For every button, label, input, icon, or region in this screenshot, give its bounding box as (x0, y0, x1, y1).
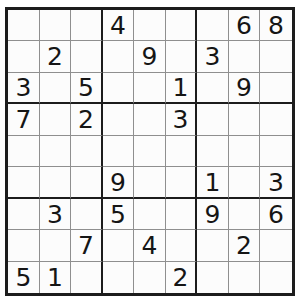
cell-r5c3-empty[interactable] (71, 136, 103, 168)
cell-r4c1-given-7[interactable]: 7 (8, 104, 40, 136)
sudoku-board: 46829335197239133596742512 (5, 7, 295, 297)
cell-r8c7-empty[interactable] (197, 230, 229, 262)
cell-r4c8-empty[interactable] (229, 104, 261, 136)
cell-r8c6-empty[interactable] (166, 230, 198, 262)
cell-r8c2-empty[interactable] (40, 230, 72, 262)
cell-r2c3-empty[interactable] (71, 41, 103, 73)
cell-r5c4-empty[interactable] (103, 136, 135, 168)
cell-r8c9-empty[interactable] (260, 230, 292, 262)
cell-r2c7-given-3[interactable]: 3 (197, 41, 229, 73)
cell-r5c2-empty[interactable] (40, 136, 72, 168)
cell-r4c7-empty[interactable] (197, 104, 229, 136)
cell-r2c6-empty[interactable] (166, 41, 198, 73)
cell-r9c5-empty[interactable] (134, 262, 166, 294)
cell-r5c1-empty[interactable] (8, 136, 40, 168)
cell-r9c6-given-2[interactable]: 2 (166, 262, 198, 294)
cell-r9c3-empty[interactable] (71, 262, 103, 294)
cell-r5c9-empty[interactable] (260, 136, 292, 168)
cell-r6c2-empty[interactable] (40, 167, 72, 199)
cell-r7c2-given-3[interactable]: 3 (40, 199, 72, 231)
cell-r1c9-given-8[interactable]: 8 (260, 10, 292, 42)
cell-r6c7-given-1[interactable]: 1 (197, 167, 229, 199)
cell-r1c4-given-4[interactable]: 4 (103, 10, 135, 42)
cell-r6c4-given-9[interactable]: 9 (103, 167, 135, 199)
cell-r6c8-empty[interactable] (229, 167, 261, 199)
cell-r7c5-empty[interactable] (134, 199, 166, 231)
cell-r4c6-given-3[interactable]: 3 (166, 104, 198, 136)
cell-r6c1-empty[interactable] (8, 167, 40, 199)
cell-r8c4-empty[interactable] (103, 230, 135, 262)
cell-r5c7-empty[interactable] (197, 136, 229, 168)
cell-r1c8-given-6[interactable]: 6 (229, 10, 261, 42)
cell-r7c3-empty[interactable] (71, 199, 103, 231)
cell-r5c8-empty[interactable] (229, 136, 261, 168)
cell-r2c1-empty[interactable] (8, 41, 40, 73)
cell-r7c9-given-6[interactable]: 6 (260, 199, 292, 231)
cell-r1c1-empty[interactable] (8, 10, 40, 42)
cell-r9c2-given-1[interactable]: 1 (40, 262, 72, 294)
cell-r1c5-empty[interactable] (134, 10, 166, 42)
cell-r6c3-empty[interactable] (71, 167, 103, 199)
cell-r5c6-empty[interactable] (166, 136, 198, 168)
cell-r8c1-empty[interactable] (8, 230, 40, 262)
cell-r9c1-given-5[interactable]: 5 (8, 262, 40, 294)
cell-r7c7-given-9[interactable]: 9 (197, 199, 229, 231)
cell-r3c4-empty[interactable] (103, 73, 135, 105)
cell-r3c7-empty[interactable] (197, 73, 229, 105)
cell-r9c9-empty[interactable] (260, 262, 292, 294)
page: 46829335197239133596742512 (0, 0, 300, 303)
cell-r5c5-empty[interactable] (134, 136, 166, 168)
cell-r6c6-empty[interactable] (166, 167, 198, 199)
cell-r2c8-empty[interactable] (229, 41, 261, 73)
cell-r7c4-given-5[interactable]: 5 (103, 199, 135, 231)
cell-r7c8-empty[interactable] (229, 199, 261, 231)
cell-r1c7-empty[interactable] (197, 10, 229, 42)
cell-r9c4-empty[interactable] (103, 262, 135, 294)
cell-r8c5-given-4[interactable]: 4 (134, 230, 166, 262)
cell-r2c9-empty[interactable] (260, 41, 292, 73)
cell-r8c8-given-2[interactable]: 2 (229, 230, 261, 262)
cell-r3c9-empty[interactable] (260, 73, 292, 105)
cell-r7c1-empty[interactable] (8, 199, 40, 231)
cell-r9c7-empty[interactable] (197, 262, 229, 294)
cell-r6c9-given-3[interactable]: 3 (260, 167, 292, 199)
cell-r3c6-given-1[interactable]: 1 (166, 73, 198, 105)
cell-r2c5-given-9[interactable]: 9 (134, 41, 166, 73)
cell-r1c6-empty[interactable] (166, 10, 198, 42)
cell-r3c2-empty[interactable] (40, 73, 72, 105)
cell-r4c4-empty[interactable] (103, 104, 135, 136)
cell-r3c3-given-5[interactable]: 5 (71, 73, 103, 105)
cell-r4c2-empty[interactable] (40, 104, 72, 136)
cell-r3c1-given-3[interactable]: 3 (8, 73, 40, 105)
cell-r8c3-given-7[interactable]: 7 (71, 230, 103, 262)
cell-r9c8-empty[interactable] (229, 262, 261, 294)
cell-r7c6-empty[interactable] (166, 199, 198, 231)
cell-r4c9-empty[interactable] (260, 104, 292, 136)
cell-r3c5-empty[interactable] (134, 73, 166, 105)
cell-r2c4-empty[interactable] (103, 41, 135, 73)
cell-r3c8-given-9[interactable]: 9 (229, 73, 261, 105)
cell-r1c3-empty[interactable] (71, 10, 103, 42)
cell-r4c3-given-2[interactable]: 2 (71, 104, 103, 136)
cell-r2c2-given-2[interactable]: 2 (40, 41, 72, 73)
cell-r4c5-empty[interactable] (134, 104, 166, 136)
cell-r1c2-empty[interactable] (40, 10, 72, 42)
cell-r6c5-empty[interactable] (134, 167, 166, 199)
